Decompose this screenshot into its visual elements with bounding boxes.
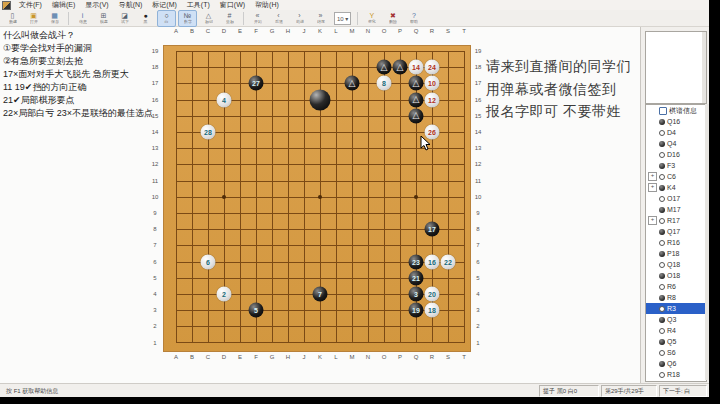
- expand-spacer: [648, 370, 657, 379]
- expand-spacer: [648, 271, 657, 280]
- triangle-mark: △: [349, 78, 356, 87]
- note-line-4: 17×面对对手大飞脱先 急所更大: [3, 68, 163, 81]
- coord-left-6: 6: [153, 259, 156, 265]
- toolbar-button-label: 信息: [79, 20, 87, 24]
- move-number: 23: [412, 258, 420, 265]
- coord-left-12: 12: [152, 161, 159, 167]
- toolbar-button-coords[interactable]: #坐标: [220, 10, 239, 27]
- toolbar-button-save[interactable]: ▦保存: [45, 10, 64, 27]
- coord-bottom-C: C: [206, 354, 210, 360]
- tree-row-label: S6: [667, 349, 676, 356]
- stone-R16: 12: [425, 92, 440, 107]
- tree-row-label: Q6: [667, 360, 676, 367]
- comment-box[interactable]: [645, 31, 707, 104]
- coord-top-L: L: [334, 28, 337, 34]
- black-stone-icon: [659, 339, 665, 345]
- black-stone-icon: [659, 185, 665, 191]
- stone-D4: 2: [217, 287, 232, 302]
- black-stone-icon: [659, 251, 665, 257]
- move-number: 18: [428, 307, 436, 314]
- stone-F3: 5: [249, 303, 264, 318]
- tree-move-row-C6[interactable]: +C6: [646, 171, 706, 182]
- coord-left-7: 7: [153, 242, 156, 248]
- menu-bar: 文件(F)编辑(E)显示(V)导航(N)标记(M)工具(T)窗口(W)帮助(H): [0, 0, 709, 10]
- stone-Q4: 3: [409, 287, 424, 302]
- stone-R3: 18: [425, 303, 440, 318]
- coord-bottom-H: H: [286, 354, 290, 360]
- black-stone-icon: [659, 141, 665, 147]
- coord-left-1: 1: [153, 340, 156, 346]
- game-info-icon: [659, 107, 667, 115]
- tree-row-label: D4: [667, 129, 676, 136]
- tree-row-label: R6: [667, 283, 676, 290]
- tree-move-row-Q4[interactable]: Q4: [646, 138, 706, 149]
- black-stone-icon: [659, 207, 665, 213]
- coord-bottom-M: M: [350, 354, 355, 360]
- white-stone-icon: [659, 152, 665, 158]
- expand-spacer: [648, 315, 657, 324]
- stone-K4: 7: [313, 287, 328, 302]
- coord-left-14: 14: [152, 129, 159, 135]
- black-stone-icon: [659, 295, 665, 301]
- move-number: 4: [222, 96, 226, 103]
- coord-bottom-D: D: [222, 354, 226, 360]
- announcement-line-2: 用弹幕或者微信签到: [486, 78, 640, 101]
- coord-left-2: 2: [153, 323, 156, 329]
- move-number: 19: [412, 307, 420, 314]
- toolbar-button-black-stone[interactable]: ●黑: [136, 10, 155, 27]
- tree-row-label: Q16: [667, 118, 680, 125]
- expand-spacer: [648, 117, 657, 126]
- toolbar-button-open[interactable]: ▣打开: [24, 10, 43, 27]
- black-stone-icon: [659, 229, 665, 235]
- coord-right-17: 17: [475, 80, 482, 86]
- black-stone-icon: [659, 119, 665, 125]
- coord-left-11: 11: [152, 178, 158, 184]
- toolbar-button-label: 试下: [121, 20, 129, 24]
- move-number: 24: [428, 64, 436, 71]
- stone-Q5: 21: [409, 270, 424, 285]
- coord-bottom-G: G: [270, 354, 275, 360]
- tree-row-label: 棋谱信息: [669, 106, 697, 116]
- stone-C6: 6: [201, 254, 216, 269]
- coord-top-H: H: [286, 28, 290, 34]
- black-stone-icon: [659, 273, 665, 279]
- stone-Q6: 23: [409, 254, 424, 269]
- announcement-line-3: 报名字即可 不要带姓: [486, 100, 640, 123]
- status-bar: 按 F1 获取帮助信息 提子 黑0 白0第29手/共29手下一手: 白: [0, 383, 709, 398]
- tree-move-row-O17[interactable]: O17: [646, 193, 706, 204]
- toolbar: ▯新建▣打开▦保存i信息⊞棋盘◪试下●黑○白№数字△标记#坐标«开始‹后退›前进…: [0, 10, 709, 27]
- tree-move-row-Q16[interactable]: Q16: [646, 116, 706, 127]
- coord-top-B: B: [190, 28, 194, 34]
- stone-S6: 22: [441, 254, 456, 269]
- coord-right-8: 8: [476, 226, 479, 232]
- coord-top-T: T: [462, 28, 466, 34]
- stone-Q15: △: [409, 108, 424, 123]
- expand-spacer: [648, 348, 657, 357]
- coord-left-4: 4: [153, 291, 156, 297]
- expand-spacer: [648, 205, 657, 214]
- move-number: 14: [412, 64, 420, 71]
- move-number: 6: [206, 258, 210, 265]
- toolbar-button-label: 保存: [51, 20, 59, 24]
- coord-left-8: 8: [153, 226, 156, 232]
- app-window: 文件(F)编辑(E)显示(V)导航(N)标记(M)工具(T)窗口(W)帮助(H)…: [0, 0, 709, 397]
- coord-top-S: S: [446, 28, 450, 34]
- coord-top-E: E: [238, 28, 242, 34]
- toolbar-move-combo[interactable]: 10 ▾: [334, 12, 351, 25]
- toolbar-button-label: 后退: [275, 20, 283, 24]
- toolbar-button-label: 黑: [144, 20, 148, 24]
- coord-left-18: 18: [152, 64, 159, 70]
- move-number: 10: [428, 80, 436, 87]
- star-point-K10: [318, 195, 322, 199]
- tree-row-label: P18: [667, 250, 679, 257]
- tree-move-row-D4[interactable]: D4: [646, 127, 706, 138]
- toolbar-button-label: 棋盘: [100, 20, 108, 24]
- note-line-5: 11 19✔挡的方向正确: [3, 81, 163, 94]
- menu-item-2[interactable]: 显示(V): [80, 0, 113, 10]
- coord-right-16: 16: [475, 97, 482, 103]
- menu-item-6[interactable]: 窗口(W): [215, 0, 250, 10]
- tree-move-row-R6[interactable]: R6: [646, 281, 706, 292]
- white-stone-icon: [659, 130, 665, 136]
- app-icon: [2, 1, 11, 10]
- tree-move-row-D16[interactable]: D16: [646, 149, 706, 160]
- letterbox-bottom: [0, 397, 720, 404]
- coord-bottom-A: A: [174, 354, 178, 360]
- move-number: 16: [428, 258, 436, 265]
- stone-Q17: △: [409, 76, 424, 91]
- coord-bottom-Q: Q: [414, 354, 419, 360]
- white-stone-icon: [659, 174, 665, 180]
- toolbar-button-label: 结尾: [317, 20, 325, 24]
- coord-left-9: 9: [153, 210, 156, 216]
- coord-bottom-B: B: [190, 354, 194, 360]
- note-line-2: ①要学会找对手的漏洞: [3, 42, 163, 55]
- coord-top-D: D: [222, 28, 226, 34]
- expand-spacer: [648, 293, 657, 302]
- expand-spacer: [648, 128, 657, 137]
- coord-right-2: 2: [476, 323, 479, 329]
- coord-right-9: 9: [476, 210, 479, 216]
- expand-icon[interactable]: +: [648, 183, 657, 192]
- tree-move-row-Q6[interactable]: Q6: [646, 358, 706, 369]
- move-number: 27: [252, 80, 260, 87]
- expand-spacer: [648, 337, 657, 346]
- go-board[interactable]: 27428△8△△1424△10△12△26176257231622213201…: [163, 45, 471, 352]
- coord-bottom-S: S: [446, 354, 450, 360]
- toolbar-separator: [357, 12, 358, 25]
- coord-bottom-J: J: [303, 354, 306, 360]
- tree-row-label: Q5: [667, 338, 676, 345]
- coord-right-12: 12: [475, 161, 482, 167]
- note-line-7: 22×局部白亏 23×不是联络的最佳选点: [3, 107, 163, 120]
- toolbar-button-white-stone[interactable]: ○白: [157, 10, 176, 27]
- coord-top-A: A: [174, 28, 178, 34]
- tree-row-label: R3: [667, 305, 676, 312]
- tree-row-label: D16: [667, 151, 680, 158]
- stone-R18: 24: [425, 60, 440, 75]
- tree-row-label: K4: [667, 184, 676, 191]
- coord-left-13: 13: [152, 145, 159, 151]
- expand-spacer: [648, 304, 657, 313]
- move-number: 7: [318, 291, 322, 298]
- tree-row-label: Q4: [667, 140, 676, 147]
- toolbar-button-label: 新建: [9, 20, 17, 24]
- note-line-6: 21✔局部棋形要点: [3, 94, 163, 107]
- video-frame: 文件(F)编辑(E)显示(V)导航(N)标记(M)工具(T)窗口(W)帮助(H)…: [0, 0, 720, 404]
- white-stone-icon: [659, 196, 665, 202]
- toolbar-button-board[interactable]: ⊞棋盘: [94, 10, 113, 27]
- tree-row-label: R8: [667, 294, 676, 301]
- tree-move-row-Q3[interactable]: Q3: [646, 314, 706, 325]
- coord-left-5: 5: [153, 275, 156, 281]
- toolbar-button-label: 数字: [184, 20, 192, 24]
- stone-Q16: △: [409, 92, 424, 107]
- tree-move-row-R18[interactable]: R18: [646, 369, 706, 380]
- move-number: 2: [222, 291, 226, 298]
- expand-icon[interactable]: +: [648, 216, 657, 225]
- expand-spacer: [648, 194, 657, 203]
- tree-row-label: C6: [667, 173, 676, 180]
- move-number: 26: [428, 129, 436, 136]
- tree-row-label: M17: [667, 206, 681, 213]
- mouse-cursor: [420, 136, 432, 151]
- announcement-line-1: 请来到直播间的同学们: [486, 55, 640, 78]
- coord-top-P: P: [398, 28, 402, 34]
- menu-item-0[interactable]: 文件(F): [14, 0, 47, 10]
- coord-bottom-R: R: [430, 354, 434, 360]
- coord-left-19: 19: [152, 48, 159, 54]
- toolbar-button-info[interactable]: i信息: [73, 10, 92, 27]
- stone-R17: 10: [425, 76, 440, 91]
- toolbar-button-label: 变化: [368, 20, 376, 24]
- coord-right-11: 11: [475, 178, 481, 184]
- coord-bottom-L: L: [334, 354, 337, 360]
- coord-right-10: 10: [475, 194, 482, 200]
- tree-row-label: O18: [667, 272, 680, 279]
- white-stone-icon: [659, 306, 665, 312]
- lecture-notes: 什么叫做会战斗？①要学会找对手的漏洞②有急所要立刻去抢17×面对对手大飞脱先 急…: [3, 29, 163, 120]
- tree-move-row-R17[interactable]: +R17: [646, 215, 706, 226]
- coord-right-6: 6: [476, 259, 479, 265]
- coord-top-O: O: [382, 28, 387, 34]
- menu-item-3[interactable]: 导航(N): [114, 0, 148, 10]
- coord-right-19: 19: [475, 48, 482, 54]
- move-tree-list: 棋谱信息Q16D4Q4D16F3+C6+K4O17M17+R17Q17R16P1…: [645, 104, 707, 382]
- triangle-mark: △: [397, 62, 404, 71]
- expand-spacer: [648, 260, 657, 269]
- move-number: 12: [428, 96, 436, 103]
- stone-O18: △: [377, 60, 392, 75]
- coord-top-Q: Q: [414, 28, 419, 34]
- tree-move-row-S6[interactable]: S6: [646, 347, 706, 358]
- coord-right-15: 15: [475, 113, 482, 119]
- triangle-mark: △: [413, 95, 420, 104]
- tree-row-label: Q17: [667, 228, 680, 235]
- toolbar-button-label: 删除: [389, 20, 397, 24]
- coord-bottom-O: O: [382, 354, 387, 360]
- move-number: 20: [428, 291, 436, 298]
- coord-top-C: C: [206, 28, 210, 34]
- white-stone-icon: [659, 240, 665, 246]
- tree-row-label: R16: [667, 239, 680, 246]
- tree-root-row[interactable]: 棋谱信息: [646, 105, 706, 116]
- expand-icon[interactable]: +: [648, 172, 657, 181]
- move-number: 21: [412, 274, 420, 281]
- black-stone-icon: [659, 361, 665, 367]
- coord-top-J: J: [303, 28, 306, 34]
- toolbar-button-go-forward[interactable]: ›前进: [290, 10, 309, 27]
- note-line-3: ②有急所要立刻去抢: [3, 55, 163, 68]
- tree-move-row-F3[interactable]: F3: [646, 160, 706, 171]
- coord-right-14: 14: [475, 129, 482, 135]
- toolbar-button-go-back[interactable]: ‹后退: [269, 10, 288, 27]
- expand-spacer: [648, 227, 657, 236]
- tree-move-row-R16[interactable]: R16: [646, 237, 706, 248]
- coord-left-3: 3: [153, 307, 156, 313]
- toolbar-button-label: 开始: [254, 20, 262, 24]
- toolbar-button-go-start[interactable]: «开始: [248, 10, 267, 27]
- tree-move-row-Q18[interactable]: Q18: [646, 259, 706, 270]
- coord-bottom-T: T: [462, 354, 466, 360]
- status-help-text: 按 F1 获取帮助信息: [0, 387, 539, 396]
- note-line-1: 什么叫做会战斗？: [3, 29, 163, 42]
- menu-item-5[interactable]: 工具(T): [182, 0, 215, 10]
- triangle-mark: △: [413, 111, 420, 120]
- expand-spacer: [648, 150, 657, 159]
- white-stone-icon: [659, 328, 665, 334]
- tree-move-row-R3[interactable]: R3: [646, 303, 706, 314]
- expand-spacer: [648, 282, 657, 291]
- coord-top-F: F: [254, 28, 258, 34]
- white-stone-icon: [659, 218, 665, 224]
- coord-right-18: 18: [475, 64, 482, 70]
- tree-move-row-R4[interactable]: R4: [646, 325, 706, 336]
- toolbar-button-go-end[interactable]: »结尾: [311, 10, 330, 27]
- tree-row-label: R4: [667, 327, 676, 334]
- menu-item-4[interactable]: 标记(M): [147, 0, 182, 10]
- coord-left-17: 17: [152, 80, 159, 86]
- move-number: 8: [382, 80, 386, 87]
- coord-left-10: 10: [152, 194, 159, 200]
- live-announcement-text: 请来到直播间的同学们用弹幕或者微信签到报名字即可 不要带姓: [486, 55, 640, 123]
- coord-bottom-F: F: [254, 354, 258, 360]
- toolbar-button-label: 帮助: [410, 20, 418, 24]
- toolbar-button-marks[interactable]: △标记: [199, 10, 218, 27]
- white-stone-icon: [659, 350, 665, 356]
- tree-move-row-K4[interactable]: +K4: [646, 182, 706, 193]
- white-stone-icon: [659, 284, 665, 290]
- toolbar-button-label: 白: [165, 20, 169, 24]
- tree-row-label: Q3: [667, 316, 676, 323]
- toolbar-button-variation[interactable]: Y变化: [362, 10, 381, 27]
- tree-row-label: O17: [667, 195, 680, 202]
- toolbar-button-try-move[interactable]: ◪试下: [115, 10, 134, 27]
- toolbar-button-label: 打开: [30, 20, 38, 24]
- black-stone-icon: [659, 163, 665, 169]
- toolbar-button-new[interactable]: ▯新建: [3, 10, 22, 27]
- status-cell-2: 第29手/共29手: [601, 385, 657, 397]
- comment-scrollbar[interactable]: [702, 32, 706, 103]
- toolbar-button-move-numbers[interactable]: №数字: [178, 10, 197, 27]
- toolbar-separator: [68, 12, 69, 25]
- expand-spacer: [648, 249, 657, 258]
- move-number: 17: [428, 226, 436, 233]
- tree-row-label: R18: [667, 371, 680, 378]
- stone-D16: 4: [217, 92, 232, 107]
- expand-spacer: [648, 326, 657, 335]
- toolbar-button-label: 前进: [296, 20, 304, 24]
- tree-move-row-R8[interactable]: R8: [646, 292, 706, 303]
- coord-bottom-K: K: [318, 354, 322, 360]
- stone-R4: 20: [425, 287, 440, 302]
- triangle-mark: △: [381, 62, 388, 71]
- status-cell-1: 提子 黑0 白0: [539, 385, 599, 397]
- expand-spacer: [648, 238, 657, 247]
- stone-C14: 28: [201, 125, 216, 140]
- toolbar-button-help[interactable]: ?帮助: [404, 10, 423, 27]
- move-number: 22: [444, 258, 452, 265]
- black-stone-icon: [659, 317, 665, 323]
- menu-item-1[interactable]: 编辑(E): [47, 0, 80, 10]
- board-client-area: 什么叫做会战斗？①要学会找对手的漏洞②有急所要立刻去抢17×面对对手大飞脱先 急…: [0, 27, 709, 383]
- coord-left-15: 15: [152, 113, 159, 119]
- coord-right-13: 13: [475, 145, 482, 151]
- star-point-D10: [222, 195, 226, 199]
- coord-bottom-E: E: [238, 354, 242, 360]
- letterbox-right: [709, 0, 720, 404]
- stone-F17: 27: [249, 76, 264, 91]
- coord-right-4: 4: [476, 291, 479, 297]
- expand-spacer: [648, 161, 657, 170]
- tree-row-label: F3: [667, 162, 675, 169]
- menu-item-7[interactable]: 帮助(H): [250, 0, 284, 10]
- tree-move-row-Q5[interactable]: Q5: [646, 336, 706, 347]
- coord-left-16: 16: [152, 97, 159, 103]
- stone-Q3: 19: [409, 303, 424, 318]
- expand-spacer: [648, 106, 657, 115]
- coord-top-K: K: [318, 28, 322, 34]
- status-cell-3: 下一手: 白: [659, 385, 707, 397]
- move-number: 3: [414, 291, 418, 298]
- toolbar-button-label: 标记: [205, 20, 213, 24]
- coord-right-1: 1: [476, 340, 479, 346]
- tree-row-label: R17: [667, 217, 680, 224]
- stone-M17: △: [345, 76, 360, 91]
- white-stone-icon: [659, 262, 665, 268]
- stone-R8: 17: [425, 222, 440, 237]
- toolbar-separator: [243, 12, 244, 25]
- move-number: 28: [204, 129, 212, 136]
- stone-O17: 8: [377, 76, 392, 91]
- toolbar-button-label: 坐标: [226, 20, 234, 24]
- expand-spacer: [648, 139, 657, 148]
- coord-right-5: 5: [476, 275, 479, 281]
- stone-R6: 16: [425, 254, 440, 269]
- coord-right-7: 7: [476, 242, 479, 248]
- tree-move-row-Q17[interactable]: Q17: [646, 226, 706, 237]
- coord-top-R: R: [430, 28, 434, 34]
- tree-move-row-M17[interactable]: M17: [646, 204, 706, 215]
- tree-move-row-P18[interactable]: P18: [646, 248, 706, 259]
- tree-row-label: Q18: [667, 261, 680, 268]
- tree-move-row-O18[interactable]: O18: [646, 270, 706, 281]
- toolbar-button-delete[interactable]: ✖删除: [383, 10, 402, 27]
- coord-top-N: N: [366, 28, 370, 34]
